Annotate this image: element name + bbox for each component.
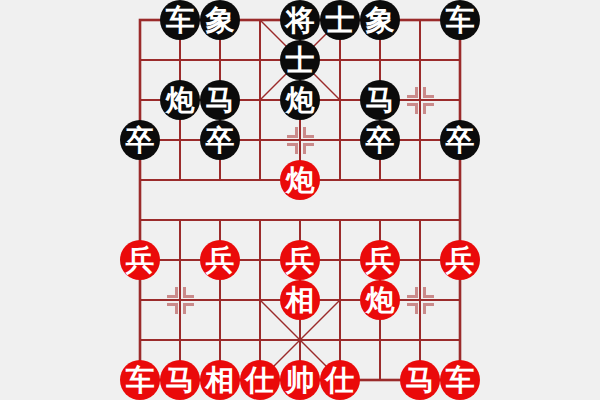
red-elephant[interactable]: 相 xyxy=(200,360,240,400)
red-soldier[interactable]: 兵 xyxy=(120,240,160,280)
black-soldier[interactable]: 卒 xyxy=(200,120,240,160)
last-move-marker xyxy=(407,287,434,314)
black-general[interactable]: 将 xyxy=(280,0,320,40)
red-soldier[interactable]: 兵 xyxy=(200,240,240,280)
last-move-marker xyxy=(167,287,194,314)
red-chariot[interactable]: 车 xyxy=(440,360,480,400)
xiangqi-app: 车象将士象车士炮马炮马卒卒卒卒炮兵兵兵兵兵相炮车马相仕帅仕马车 xyxy=(0,0,600,400)
black-horse[interactable]: 马 xyxy=(200,80,240,120)
black-cannon[interactable]: 炮 xyxy=(160,80,200,120)
red-advisor[interactable]: 仕 xyxy=(320,360,360,400)
black-advisor[interactable]: 士 xyxy=(280,40,320,80)
xiangqi-board[interactable]: 车象将士象车士炮马炮马卒卒卒卒炮兵兵兵兵兵相炮车马相仕帅仕马车 xyxy=(0,0,600,400)
red-soldier[interactable]: 兵 xyxy=(360,240,400,280)
red-cannon[interactable]: 炮 xyxy=(280,160,320,200)
black-cannon[interactable]: 炮 xyxy=(280,80,320,120)
black-elephant[interactable]: 象 xyxy=(360,0,400,40)
red-elephant[interactable]: 相 xyxy=(280,280,320,320)
last-move-marker xyxy=(407,87,434,114)
red-soldier[interactable]: 兵 xyxy=(440,240,480,280)
last-move-marker xyxy=(287,127,314,154)
red-advisor[interactable]: 仕 xyxy=(240,360,280,400)
red-chariot[interactable]: 车 xyxy=(120,360,160,400)
black-soldier[interactable]: 卒 xyxy=(120,120,160,160)
red-horse[interactable]: 马 xyxy=(400,360,440,400)
red-soldier[interactable]: 兵 xyxy=(280,240,320,280)
black-chariot[interactable]: 车 xyxy=(440,0,480,40)
black-elephant[interactable]: 象 xyxy=(200,0,240,40)
black-chariot[interactable]: 车 xyxy=(160,0,200,40)
red-general[interactable]: 帅 xyxy=(280,360,320,400)
red-horse[interactable]: 马 xyxy=(160,360,200,400)
black-horse[interactable]: 马 xyxy=(360,80,400,120)
black-advisor[interactable]: 士 xyxy=(320,0,360,40)
black-soldier[interactable]: 卒 xyxy=(440,120,480,160)
black-soldier[interactable]: 卒 xyxy=(360,120,400,160)
red-cannon[interactable]: 炮 xyxy=(360,280,400,320)
